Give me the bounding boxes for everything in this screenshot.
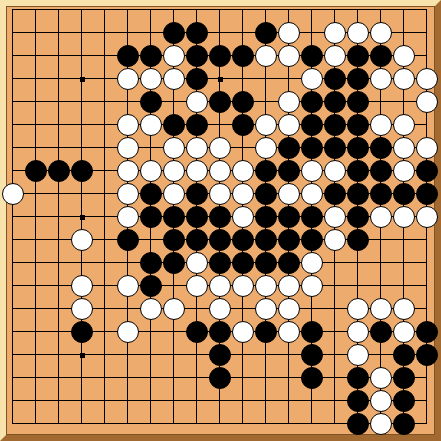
stone-black: [163, 22, 185, 44]
stone-white: [278, 22, 300, 44]
star-point: [80, 353, 85, 358]
go-board[interactable]: [0, 0, 441, 441]
stone-black: [370, 321, 392, 343]
stone-white: [255, 45, 277, 67]
stone-black: [393, 344, 415, 366]
star-point: [80, 77, 85, 82]
stone-black: [347, 68, 369, 90]
stone-white: [232, 275, 254, 297]
stone-white: [186, 137, 208, 159]
stone-white: [370, 68, 392, 90]
stone-black: [278, 160, 300, 182]
stone-black: [140, 183, 162, 205]
stone-black: [209, 206, 231, 228]
stone-black: [416, 344, 438, 366]
stone-white: [117, 68, 139, 90]
stone-white: [163, 298, 185, 320]
stone-white: [393, 45, 415, 67]
stone-black: [140, 275, 162, 297]
stone-white: [324, 206, 346, 228]
stone-black: [71, 160, 93, 182]
stone-black: [232, 45, 254, 67]
stone-white: [416, 68, 438, 90]
stone-black: [163, 114, 185, 136]
stone-black: [416, 321, 438, 343]
stone-black: [347, 137, 369, 159]
stone-black: [186, 206, 208, 228]
stone-black: [278, 252, 300, 274]
stone-black: [232, 114, 254, 136]
stone-black: [347, 390, 369, 412]
stone-black: [393, 390, 415, 412]
stone-white: [117, 275, 139, 297]
stone-white: [71, 229, 93, 251]
stone-black: [370, 45, 392, 67]
stone-white: [416, 137, 438, 159]
stone-black: [255, 206, 277, 228]
stone-black: [278, 206, 300, 228]
stone-black: [186, 68, 208, 90]
stone-black: [301, 321, 323, 343]
stone-black: [140, 252, 162, 274]
stone-white: [347, 22, 369, 44]
stone-white: [393, 298, 415, 320]
stone-black: [255, 321, 277, 343]
stone-white: [117, 114, 139, 136]
stone-black: [209, 229, 231, 251]
stone-black: [186, 321, 208, 343]
stone-white: [278, 114, 300, 136]
stone-black: [324, 114, 346, 136]
stone-white: [393, 114, 415, 136]
stone-black: [393, 183, 415, 205]
stone-white: [117, 321, 139, 343]
stone-white: [255, 275, 277, 297]
stone-black: [255, 22, 277, 44]
stone-black: [347, 229, 369, 251]
stone-black: [301, 206, 323, 228]
stone-white: [209, 137, 231, 159]
stone-white: [370, 413, 392, 435]
stone-black: [347, 114, 369, 136]
star-point: [218, 77, 223, 82]
stone-white: [347, 344, 369, 366]
stone-black: [209, 344, 231, 366]
stone-black: [71, 321, 93, 343]
stone-black: [186, 22, 208, 44]
stone-black: [163, 206, 185, 228]
stone-white: [324, 22, 346, 44]
stone-white: [163, 137, 185, 159]
stone-white: [324, 160, 346, 182]
star-point: [80, 215, 85, 220]
stone-white: [370, 206, 392, 228]
stone-white: [140, 160, 162, 182]
stone-white: [393, 321, 415, 343]
stone-white: [370, 298, 392, 320]
stone-black: [255, 252, 277, 274]
stone-black: [278, 137, 300, 159]
stone-black: [393, 413, 415, 435]
stone-black: [347, 367, 369, 389]
stone-white: [2, 183, 24, 205]
stone-white: [255, 137, 277, 159]
stone-white: [255, 114, 277, 136]
go-diagram: [0, 0, 441, 441]
stone-white: [186, 160, 208, 182]
stone-white: [301, 252, 323, 274]
stone-black: [301, 137, 323, 159]
stone-white: [416, 206, 438, 228]
stone-white: [186, 275, 208, 297]
stone-black: [301, 91, 323, 113]
stone-white: [416, 91, 438, 113]
stone-black: [209, 252, 231, 274]
stone-black: [416, 160, 438, 182]
stone-white: [71, 275, 93, 297]
stone-black: [347, 183, 369, 205]
stone-black: [140, 206, 162, 228]
stone-black: [324, 91, 346, 113]
stone-black: [370, 160, 392, 182]
stone-black: [209, 45, 231, 67]
stone-white: [117, 137, 139, 159]
stone-black: [209, 367, 231, 389]
stone-white: [232, 183, 254, 205]
stone-white: [117, 160, 139, 182]
stone-black: [370, 183, 392, 205]
stone-white: [71, 298, 93, 320]
stone-black: [48, 160, 70, 182]
stone-black: [347, 413, 369, 435]
stone-black: [324, 68, 346, 90]
stone-white: [301, 68, 323, 90]
stone-black: [186, 229, 208, 251]
stone-black: [232, 91, 254, 113]
stone-black: [25, 160, 47, 182]
stone-white: [140, 298, 162, 320]
stone-black: [163, 252, 185, 274]
stone-white: [209, 298, 231, 320]
stone-black: [324, 183, 346, 205]
stone-black: [117, 45, 139, 67]
stone-white: [370, 114, 392, 136]
stone-white: [232, 206, 254, 228]
stone-white: [163, 183, 185, 205]
stone-white: [117, 206, 139, 228]
stone-black: [301, 367, 323, 389]
stone-white: [393, 160, 415, 182]
stone-black: [393, 367, 415, 389]
stone-black: [301, 114, 323, 136]
stone-white: [278, 275, 300, 297]
stone-black: [186, 114, 208, 136]
stone-black: [232, 229, 254, 251]
stone-black: [140, 91, 162, 113]
stone-white: [324, 229, 346, 251]
stone-white: [232, 321, 254, 343]
stone-black: [370, 137, 392, 159]
stone-black: [255, 229, 277, 251]
stone-white: [186, 252, 208, 274]
stone-black: [186, 183, 208, 205]
stone-black: [186, 45, 208, 67]
stone-white: [278, 298, 300, 320]
stone-black: [117, 229, 139, 251]
stone-black: [278, 229, 300, 251]
stone-black: [232, 252, 254, 274]
stone-white: [209, 160, 231, 182]
stone-black: [255, 160, 277, 182]
stone-black: [301, 45, 323, 67]
stone-white: [232, 160, 254, 182]
stone-black: [163, 229, 185, 251]
stone-white: [140, 114, 162, 136]
stone-white: [324, 45, 346, 67]
stone-white: [347, 321, 369, 343]
stone-black: [209, 321, 231, 343]
stone-black: [347, 206, 369, 228]
stone-black: [140, 45, 162, 67]
stone-white: [163, 68, 185, 90]
stone-white: [163, 45, 185, 67]
stone-white: [370, 367, 392, 389]
stone-black: [416, 183, 438, 205]
stone-white: [278, 183, 300, 205]
stone-white: [255, 298, 277, 320]
stone-white: [301, 183, 323, 205]
stone-white: [301, 160, 323, 182]
stone-black: [301, 344, 323, 366]
stone-white: [117, 183, 139, 205]
stone-white: [393, 206, 415, 228]
stone-white: [301, 275, 323, 297]
stone-black: [255, 183, 277, 205]
stone-white: [140, 68, 162, 90]
stone-black: [209, 91, 231, 113]
stone-white: [209, 183, 231, 205]
stone-black: [347, 91, 369, 113]
stone-black: [347, 45, 369, 67]
stone-white: [186, 91, 208, 113]
stone-white: [393, 68, 415, 90]
stone-white: [370, 22, 392, 44]
stone-white: [370, 390, 392, 412]
stone-white: [347, 298, 369, 320]
stone-white: [278, 91, 300, 113]
stone-black: [347, 160, 369, 182]
stone-black: [324, 137, 346, 159]
stone-white: [278, 321, 300, 343]
stone-black: [301, 229, 323, 251]
stone-white: [393, 137, 415, 159]
stone-white: [278, 45, 300, 67]
stone-white: [163, 160, 185, 182]
stone-white: [209, 275, 231, 297]
